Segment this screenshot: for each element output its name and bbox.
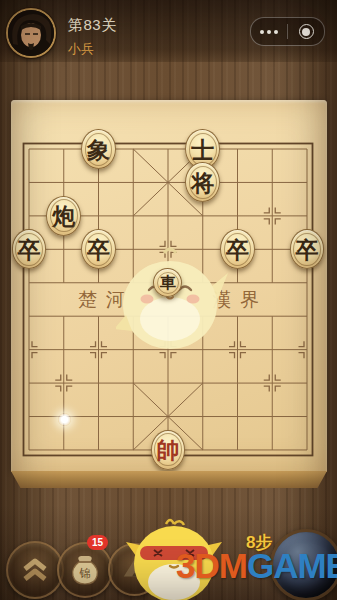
piece-black-soldier[interactable]: 卒 (220, 229, 255, 269)
capsule-home-button[interactable] (288, 18, 324, 45)
piece-red-general[interactable]: 帥 (151, 430, 186, 470)
chevron-up-icon (20, 557, 50, 583)
board-front-edge (11, 471, 327, 488)
player-avatar (6, 8, 56, 58)
app-screen: 第83关 小兵 楚河 漢界 (0, 0, 337, 600)
more-dots-icon (267, 30, 271, 34)
hint-count-badge: 15 (87, 535, 108, 550)
piece-black-chariot[interactable]: 車 (153, 268, 182, 297)
top-bar: 第83关 小兵 (0, 0, 337, 62)
piece-black-soldier[interactable]: 卒 (81, 229, 116, 269)
avatar-face-icon (8, 10, 54, 56)
watermark-3dmgame: 3DMGAME (176, 546, 337, 586)
xiangqi-board[interactable]: 楚河 漢界 象士将炮卒卒卒卒車帥 (11, 100, 327, 472)
player-rank: 小兵 (68, 40, 117, 58)
more-dots-icon (274, 30, 278, 34)
more-dots-icon (260, 30, 264, 34)
piece-black-elephant[interactable]: 象 (81, 129, 116, 169)
target-icon (299, 24, 314, 39)
hint-bag-button[interactable]: 锦 (57, 542, 113, 598)
svg-text:锦: 锦 (79, 567, 91, 579)
money-pouch-icon: 锦 (68, 553, 102, 587)
watermark-game: GAME (247, 546, 337, 585)
piece-black-soldier[interactable]: 卒 (290, 229, 325, 269)
piece-black-soldier[interactable]: 卒 (12, 229, 47, 269)
board-points-grid: 象士将炮卒卒卒卒車帥 (12, 132, 325, 466)
wechat-capsule (250, 17, 325, 46)
watermark-3dm: 3DM (176, 546, 247, 585)
piece-black-cannon[interactable]: 炮 (46, 196, 81, 236)
piece-black-general[interactable]: 将 (185, 162, 220, 202)
more-options-button[interactable] (251, 18, 287, 45)
level-title: 第83关 (68, 16, 117, 35)
expand-menu-button[interactable] (6, 541, 64, 599)
